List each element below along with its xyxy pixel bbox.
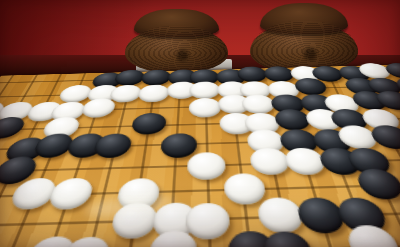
white-stone[interactable]: [137, 84, 170, 102]
black-stone[interactable]: [130, 113, 167, 135]
black-stone[interactable]: [261, 231, 317, 247]
board-scene: [1, 63, 400, 247]
black-stone[interactable]: [353, 168, 400, 200]
go-bowl-right: [250, 3, 358, 73]
white-stone[interactable]: [109, 202, 158, 239]
black-stone[interactable]: [140, 69, 171, 85]
white-stone[interactable]: [189, 98, 222, 118]
go-bowl-left: [125, 9, 228, 73]
go-board[interactable]: [0, 63, 400, 247]
wood-grain: [125, 26, 228, 73]
white-stone[interactable]: [189, 81, 220, 99]
white-stone[interactable]: [187, 152, 226, 180]
photo-frame: [0, 0, 400, 247]
white-stone[interactable]: [79, 98, 117, 118]
black-stone[interactable]: [160, 133, 197, 158]
white-stone[interactable]: [223, 173, 267, 205]
black-stone[interactable]: [113, 70, 145, 86]
white-stone[interactable]: [185, 203, 231, 240]
black-stone[interactable]: [0, 117, 28, 139]
